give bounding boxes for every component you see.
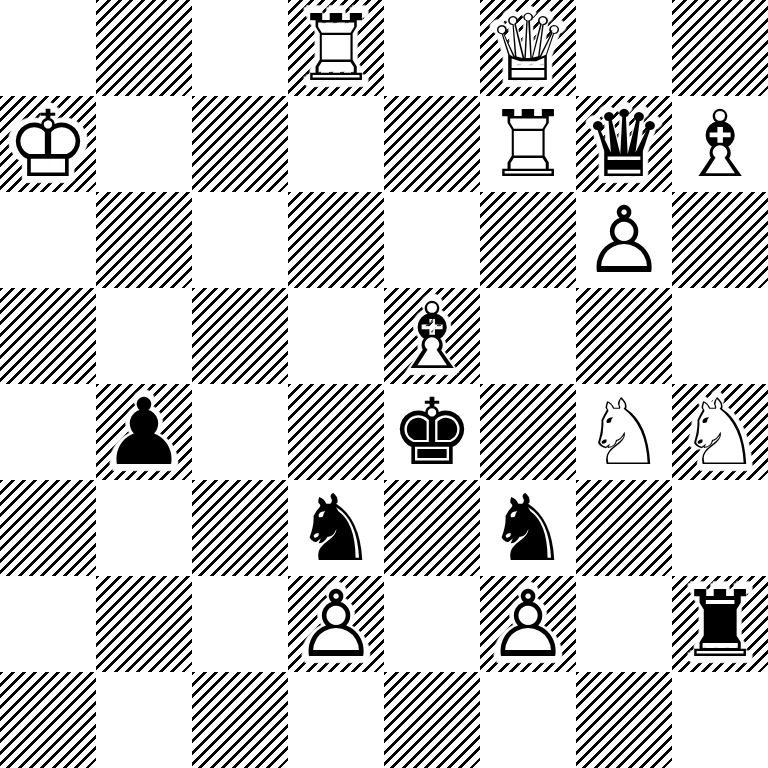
square-h6[interactable] (672, 192, 768, 288)
square-b6[interactable] (96, 192, 192, 288)
square-a5[interactable] (0, 288, 96, 384)
square-h7[interactable]: ♝♗ (672, 96, 768, 192)
piece-glyph: ♜ (672, 576, 768, 672)
piece-fill-layer: ♟ (88, 376, 199, 487)
piece-glyph: ♚ (384, 384, 480, 480)
black-pawn: ♟♟ (96, 384, 192, 480)
white-queen: ♛♕ (480, 0, 576, 96)
square-b7[interactable] (96, 96, 192, 192)
square-f7[interactable]: ♜♖ (480, 96, 576, 192)
black-queen: ♛♛ (576, 96, 672, 192)
square-h1[interactable] (672, 672, 768, 768)
square-e7[interactable] (384, 96, 480, 192)
square-f5[interactable] (480, 288, 576, 384)
square-d7[interactable] (288, 96, 384, 192)
square-a3[interactable] (0, 480, 96, 576)
piece-fill-layer: ♛ (472, 0, 583, 104)
square-b1[interactable] (96, 672, 192, 768)
piece-fill-layer: ♜ (472, 88, 583, 199)
square-f3[interactable]: ♞♞ (480, 480, 576, 576)
piece-fill-layer: ♝ (664, 88, 768, 199)
square-a7[interactable]: ♚♔ (0, 96, 96, 192)
square-f1[interactable] (480, 672, 576, 768)
white-rook: ♜♖ (288, 0, 384, 96)
square-e8[interactable] (384, 0, 480, 96)
square-h4[interactable]: ♞♘ (672, 384, 768, 480)
square-a1[interactable] (0, 672, 96, 768)
piece-glyph: ♕ (480, 0, 576, 96)
square-e1[interactable] (384, 672, 480, 768)
black-rook: ♜♜ (672, 576, 768, 672)
piece-fill-layer: ♚ (376, 376, 487, 487)
square-f8[interactable]: ♛♕ (480, 0, 576, 96)
square-b2[interactable] (96, 576, 192, 672)
square-e3[interactable] (384, 480, 480, 576)
white-bishop: ♝♗ (384, 288, 480, 384)
piece-glyph: ♛ (576, 96, 672, 192)
square-h2[interactable]: ♜♜ (672, 576, 768, 672)
square-c3[interactable] (192, 480, 288, 576)
square-e6[interactable] (384, 192, 480, 288)
square-d2[interactable]: ♟♙ (288, 576, 384, 672)
piece-fill-layer: ♛ (568, 88, 679, 199)
piece-fill-layer: ♜ (280, 0, 391, 104)
piece-fill-layer: ♟ (568, 184, 679, 295)
piece-fill-layer: ♞ (472, 472, 583, 583)
square-c5[interactable] (192, 288, 288, 384)
piece-glyph: ♖ (480, 96, 576, 192)
white-king: ♚♔ (0, 96, 96, 192)
chess-board: ♜♖♛♕♚♔♜♖♛♛♝♗♟♙♝♗♟♟♚♚♞♘♞♘♞♞♞♞♟♙♟♙♜♜ (0, 0, 768, 768)
square-h3[interactable] (672, 480, 768, 576)
square-d5[interactable] (288, 288, 384, 384)
square-b3[interactable] (96, 480, 192, 576)
square-g5[interactable] (576, 288, 672, 384)
piece-glyph: ♗ (672, 96, 768, 192)
piece-glyph: ♘ (576, 384, 672, 480)
black-king: ♚♚ (384, 384, 480, 480)
square-c7[interactable] (192, 96, 288, 192)
square-e5[interactable]: ♝♗ (384, 288, 480, 384)
square-d4[interactable] (288, 384, 384, 480)
square-c8[interactable] (192, 0, 288, 96)
piece-fill-layer: ♝ (376, 280, 487, 391)
square-b5[interactable] (96, 288, 192, 384)
piece-glyph: ♙ (288, 576, 384, 672)
square-a2[interactable] (0, 576, 96, 672)
white-knight: ♞♘ (672, 384, 768, 480)
square-c2[interactable] (192, 576, 288, 672)
square-a4[interactable] (0, 384, 96, 480)
square-e4[interactable]: ♚♚ (384, 384, 480, 480)
piece-fill-layer: ♞ (568, 376, 679, 487)
white-pawn: ♟♙ (288, 576, 384, 672)
piece-glyph: ♘ (672, 384, 768, 480)
piece-glyph: ♔ (0, 96, 96, 192)
piece-fill-layer: ♞ (280, 472, 391, 583)
piece-glyph: ♙ (480, 576, 576, 672)
piece-glyph: ♗ (384, 288, 480, 384)
piece-fill-layer: ♚ (0, 88, 104, 199)
square-h8[interactable] (672, 0, 768, 96)
square-f6[interactable] (480, 192, 576, 288)
square-g3[interactable] (576, 480, 672, 576)
square-g4[interactable]: ♞♘ (576, 384, 672, 480)
square-c4[interactable] (192, 384, 288, 480)
piece-glyph: ♞ (288, 480, 384, 576)
square-f2[interactable]: ♟♙ (480, 576, 576, 672)
piece-fill-layer: ♜ (664, 568, 768, 679)
square-g2[interactable] (576, 576, 672, 672)
square-a6[interactable] (0, 192, 96, 288)
white-knight: ♞♘ (576, 384, 672, 480)
square-b8[interactable] (96, 0, 192, 96)
square-h5[interactable] (672, 288, 768, 384)
square-d8[interactable]: ♜♖ (288, 0, 384, 96)
black-knight: ♞♞ (288, 480, 384, 576)
piece-glyph: ♙ (576, 192, 672, 288)
square-d1[interactable] (288, 672, 384, 768)
square-g6[interactable]: ♟♙ (576, 192, 672, 288)
square-g8[interactable] (576, 0, 672, 96)
black-knight: ♞♞ (480, 480, 576, 576)
piece-glyph: ♖ (288, 0, 384, 96)
piece-fill-layer: ♟ (472, 568, 583, 679)
white-bishop: ♝♗ (672, 96, 768, 192)
white-pawn: ♟♙ (576, 192, 672, 288)
square-f4[interactable] (480, 384, 576, 480)
white-rook: ♜♖ (480, 96, 576, 192)
square-c1[interactable] (192, 672, 288, 768)
square-c6[interactable] (192, 192, 288, 288)
piece-glyph: ♞ (480, 480, 576, 576)
square-e2[interactable] (384, 576, 480, 672)
square-d3[interactable]: ♞♞ (288, 480, 384, 576)
square-d6[interactable] (288, 192, 384, 288)
white-pawn: ♟♙ (480, 576, 576, 672)
square-g1[interactable] (576, 672, 672, 768)
piece-fill-layer: ♟ (280, 568, 391, 679)
piece-glyph: ♟ (96, 384, 192, 480)
square-g7[interactable]: ♛♛ (576, 96, 672, 192)
square-b4[interactable]: ♟♟ (96, 384, 192, 480)
piece-fill-layer: ♞ (664, 376, 768, 487)
square-a8[interactable] (0, 0, 96, 96)
